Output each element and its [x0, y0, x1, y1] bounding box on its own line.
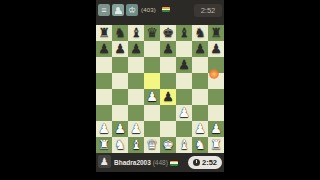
square-b4[interactable] [112, 89, 128, 105]
square-c4[interactable] [128, 89, 144, 105]
square-d4[interactable]: ♟ [144, 89, 160, 105]
square-d7[interactable] [144, 41, 160, 57]
black-pawn-icon[interactable]: ♟ [160, 41, 176, 57]
square-c1[interactable]: ♝ [128, 137, 144, 153]
square-d3[interactable] [144, 105, 160, 121]
opponent-avatar[interactable] [112, 4, 124, 16]
square-c7[interactable]: ♟ [128, 41, 144, 57]
square-f2[interactable] [176, 121, 192, 137]
square-c8[interactable]: ♝ [128, 25, 144, 41]
black-rook-icon[interactable]: ♜ [208, 25, 224, 41]
black-knight-icon[interactable]: ♞ [112, 25, 128, 41]
square-f7[interactable] [176, 41, 192, 57]
white-king-icon[interactable]: ♚ [160, 137, 176, 153]
white-pawn-icon[interactable]: ♟ [192, 121, 208, 137]
player-clock: 2:52 [188, 156, 222, 169]
white-pawn-icon[interactable]: ♟ [208, 121, 224, 137]
black-pawn-icon[interactable]: ♟ [160, 89, 176, 105]
black-bishop-icon[interactable]: ♝ [176, 25, 192, 41]
square-h2[interactable]: ♟ [208, 121, 224, 137]
square-d6[interactable] [144, 57, 160, 73]
black-pawn-icon[interactable]: ♟ [112, 41, 128, 57]
white-bishop-icon[interactable]: ♝ [128, 137, 144, 153]
square-b8[interactable]: ♞ [112, 25, 128, 41]
black-pawn-icon[interactable]: ♟ [176, 57, 192, 73]
square-e7[interactable]: ♟ [160, 41, 176, 57]
white-rook-icon[interactable]: ♜ [208, 137, 224, 153]
black-bishop-icon[interactable]: ♝ [128, 25, 144, 41]
square-g4[interactable] [192, 89, 208, 105]
avatar-body-icon [115, 10, 122, 14]
opponent-piece-avatar-icon[interactable]: ♔ [126, 4, 138, 16]
player-name-rating: Bhadra2003 (448) [114, 159, 178, 166]
square-g6[interactable] [192, 57, 208, 73]
square-e2[interactable] [160, 121, 176, 137]
square-a5[interactable] [96, 73, 112, 89]
player-clock-time: 2:52 [202, 156, 217, 169]
white-pawn-icon[interactable]: ♟ [128, 121, 144, 137]
square-g7[interactable]: ♟ [192, 41, 208, 57]
square-a7[interactable]: ♟ [96, 41, 112, 57]
square-f4[interactable] [176, 89, 192, 105]
square-c3[interactable] [128, 105, 144, 121]
square-e8[interactable]: ♚ [160, 25, 176, 41]
opponent-bar: ≡ ♔ (403) 2:52 [96, 0, 224, 23]
phone-screen: ≡ ♔ (403) 2:52 ♜♞♝♛♚♝♞♜♟♟♟♟♟♟♟♟♟♟♟♟♟♟♟♜♞… [96, 0, 224, 172]
square-f3[interactable]: ♟ [176, 105, 192, 121]
square-d5[interactable] [144, 73, 160, 89]
white-pawn-icon[interactable]: ♟ [144, 89, 160, 105]
square-c5[interactable] [128, 73, 144, 89]
square-g5[interactable] [192, 73, 208, 89]
white-pawn-icon[interactable]: ♟ [176, 105, 192, 121]
player-flag-icon [170, 161, 178, 166]
square-c2[interactable]: ♟ [128, 121, 144, 137]
square-f5[interactable] [176, 73, 192, 89]
square-d1[interactable]: ♛ [144, 137, 160, 153]
black-pawn-icon[interactable]: ♟ [192, 41, 208, 57]
black-rook-icon[interactable]: ♜ [96, 25, 112, 41]
square-f8[interactable]: ♝ [176, 25, 192, 41]
square-g3[interactable] [192, 105, 208, 121]
square-e5[interactable] [160, 73, 176, 89]
opponent-rating: (403) [141, 7, 156, 13]
square-e1[interactable]: ♚ [160, 137, 176, 153]
screenshot-stage: ≡ ♔ (403) 2:52 ♜♞♝♛♚♝♞♜♟♟♟♟♟♟♟♟♟♟♟♟♟♟♟♜♞… [0, 0, 320, 180]
square-b5[interactable] [112, 73, 128, 89]
black-pawn-icon[interactable]: ♟ [208, 41, 224, 57]
white-knight-icon[interactable]: ♞ [192, 137, 208, 153]
square-b7[interactable]: ♟ [112, 41, 128, 57]
square-h7[interactable]: ♟ [208, 41, 224, 57]
white-queen-icon[interactable]: ♛ [144, 137, 160, 153]
white-bishop-icon[interactable]: ♝ [176, 137, 192, 153]
square-f6[interactable]: ♟ [176, 57, 192, 73]
player-bar: ♟ Bhadra2003 (448) 2:52 [96, 153, 224, 172]
square-g1[interactable]: ♞ [192, 137, 208, 153]
square-h3[interactable] [208, 105, 224, 121]
opponent-flag-icon [162, 7, 170, 12]
player-rating: (448) [153, 159, 168, 166]
chess-board[interactable]: ♜♞♝♛♚♝♞♜♟♟♟♟♟♟♟♟♟♟♟♟♟♟♟♜♞♝♛♚♝♞♜ [96, 25, 224, 153]
black-queen-icon[interactable]: ♛ [144, 25, 160, 41]
white-pawn-icon[interactable]: ♟ [96, 121, 112, 137]
black-knight-icon[interactable]: ♞ [192, 25, 208, 41]
black-pawn-icon[interactable]: ♟ [128, 41, 144, 57]
square-a6[interactable] [96, 57, 112, 73]
black-king-icon[interactable]: ♚ [160, 25, 176, 41]
square-a4[interactable] [96, 89, 112, 105]
square-a2[interactable]: ♟ [96, 121, 112, 137]
square-e4[interactable]: ♟ [160, 89, 176, 105]
player-name: Bhadra2003 [114, 159, 151, 166]
square-a8[interactable]: ♜ [96, 25, 112, 41]
white-rook-icon[interactable]: ♜ [96, 137, 112, 153]
white-pawn-icon[interactable]: ♟ [112, 121, 128, 137]
square-h8[interactable]: ♜ [208, 25, 224, 41]
touch-indicator-icon [209, 69, 219, 79]
square-b6[interactable] [112, 57, 128, 73]
opponent-name-rating: (403) [141, 7, 156, 13]
square-h4[interactable] [208, 89, 224, 105]
square-a1[interactable]: ♜ [96, 137, 112, 153]
square-g8[interactable]: ♞ [192, 25, 208, 41]
menu-icon[interactable]: ≡ [98, 4, 110, 16]
square-h1[interactable]: ♜ [208, 137, 224, 153]
square-c6[interactable] [128, 57, 144, 73]
square-f1[interactable]: ♝ [176, 137, 192, 153]
square-g2[interactable]: ♟ [192, 121, 208, 137]
square-d2[interactable] [144, 121, 160, 137]
square-b2[interactable]: ♟ [112, 121, 128, 137]
square-d8[interactable]: ♛ [144, 25, 160, 41]
black-pawn-icon[interactable]: ♟ [96, 41, 112, 57]
player-avatar[interactable]: ♟ [98, 155, 111, 168]
square-a3[interactable] [96, 105, 112, 121]
square-b3[interactable] [112, 105, 128, 121]
clock-icon [193, 159, 200, 166]
opponent-clock: 2:52 [194, 4, 222, 17]
square-e6[interactable] [160, 57, 176, 73]
square-e3[interactable] [160, 105, 176, 121]
white-knight-icon[interactable]: ♞ [112, 137, 128, 153]
square-b1[interactable]: ♞ [112, 137, 128, 153]
